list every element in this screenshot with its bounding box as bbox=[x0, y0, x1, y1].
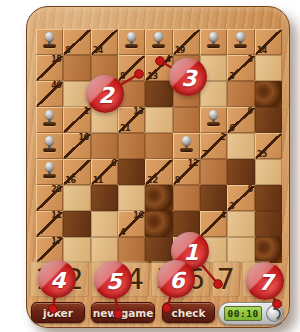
clue-cell: 24 bbox=[91, 29, 118, 55]
nail-cell bbox=[36, 159, 63, 185]
clue-cell: 1 bbox=[63, 107, 90, 133]
clue-cell: 16 bbox=[63, 133, 90, 159]
nail-icon bbox=[207, 32, 221, 48]
nail-icon bbox=[43, 162, 57, 178]
down-clue: 14 bbox=[257, 46, 267, 55]
empty-cell[interactable] bbox=[145, 81, 172, 107]
empty-cell[interactable] bbox=[227, 133, 254, 159]
down-clue: 8 bbox=[120, 72, 125, 81]
down-clue: 21 bbox=[120, 124, 130, 133]
empty-cell[interactable] bbox=[227, 81, 254, 107]
clue-cell: 16 bbox=[63, 159, 90, 185]
callout-balloon-2: 2 bbox=[86, 75, 124, 113]
empty-cell[interactable] bbox=[91, 185, 118, 211]
button-bar: joker new game check 00:10 bbox=[27, 302, 289, 324]
callout-number: 5 bbox=[106, 269, 121, 294]
callout-number: 6 bbox=[169, 268, 184, 293]
empty-cell[interactable] bbox=[255, 81, 282, 107]
across-clue: 9 bbox=[248, 107, 253, 116]
across-clue: 16 bbox=[79, 133, 89, 142]
empty-cell[interactable] bbox=[200, 159, 227, 185]
across-clue: 11 bbox=[51, 211, 61, 220]
nail-icon bbox=[125, 32, 139, 48]
across-clue: 16 bbox=[133, 211, 143, 220]
nail-cell bbox=[36, 107, 63, 133]
down-clue: 4 bbox=[120, 228, 125, 237]
down-clue: 11 bbox=[93, 176, 103, 185]
down-clue: 24 bbox=[93, 46, 103, 55]
check-button[interactable]: check bbox=[162, 302, 215, 323]
clue-cell: 27 bbox=[200, 133, 227, 159]
down-clue: 8 bbox=[65, 46, 70, 55]
empty-cell[interactable] bbox=[145, 133, 172, 159]
empty-cell[interactable] bbox=[255, 237, 282, 263]
across-clue: 2 bbox=[220, 133, 225, 142]
empty-cell[interactable] bbox=[255, 211, 282, 237]
nail-icon bbox=[179, 136, 193, 152]
callout-balloon-4: 4 bbox=[38, 260, 76, 298]
empty-cell[interactable] bbox=[118, 237, 145, 263]
nail-cell bbox=[227, 29, 254, 55]
across-clue: 15 bbox=[51, 55, 61, 64]
clue-cell: 19 bbox=[173, 29, 200, 55]
empty-cell[interactable] bbox=[63, 55, 90, 81]
nail-icon bbox=[207, 110, 221, 126]
across-clue: 12 bbox=[188, 159, 198, 168]
clue-cell: 4 bbox=[200, 211, 227, 237]
callout-balloon-6: 6 bbox=[157, 260, 195, 298]
callout-number: 3 bbox=[181, 66, 196, 91]
down-clue: 3 bbox=[229, 72, 234, 81]
clue-cell: 8 bbox=[63, 29, 90, 55]
empty-cell[interactable] bbox=[63, 211, 90, 237]
empty-cell[interactable] bbox=[118, 159, 145, 185]
nail-cell bbox=[200, 107, 227, 133]
empty-cell[interactable] bbox=[145, 107, 172, 133]
nail-cell bbox=[145, 29, 172, 55]
across-clue: 28 bbox=[51, 185, 61, 194]
clue-cell: 128 bbox=[173, 159, 200, 185]
empty-cell[interactable] bbox=[227, 211, 254, 237]
across-clue: 1 bbox=[84, 107, 89, 116]
nail-cell bbox=[118, 29, 145, 55]
nail-cell bbox=[36, 133, 63, 159]
empty-cell[interactable] bbox=[91, 133, 118, 159]
down-clue: 3 bbox=[229, 202, 234, 211]
empty-cell[interactable] bbox=[227, 159, 254, 185]
callout-balloon-7: 7 bbox=[246, 262, 284, 300]
callout-number: 4 bbox=[50, 268, 65, 293]
nail-cell bbox=[200, 29, 227, 55]
empty-cell[interactable] bbox=[255, 55, 282, 81]
empty-cell[interactable] bbox=[145, 185, 172, 211]
clue-cell: 14 bbox=[255, 29, 282, 55]
empty-cell[interactable] bbox=[255, 159, 282, 185]
down-clue: 8 bbox=[175, 176, 180, 185]
clue-cell: 83 bbox=[227, 185, 254, 211]
clue-cell: 11 bbox=[36, 211, 63, 237]
joker-button[interactable]: joker bbox=[31, 302, 85, 323]
across-clue: 4 bbox=[166, 55, 171, 64]
empty-cell[interactable] bbox=[255, 185, 282, 211]
callout-balloon-3: 3 bbox=[169, 58, 207, 96]
across-clue: 3 bbox=[248, 55, 253, 64]
timer-pill: 00:10 bbox=[218, 302, 284, 325]
across-clue: 6 bbox=[111, 159, 116, 168]
clue-cell: 33 bbox=[227, 55, 254, 81]
nail-icon bbox=[43, 110, 57, 126]
empty-cell[interactable] bbox=[173, 185, 200, 211]
empty-cell[interactable] bbox=[118, 185, 145, 211]
nail-icon bbox=[43, 136, 57, 152]
nail-icon bbox=[43, 32, 57, 48]
across-clue: 13 bbox=[133, 107, 143, 116]
empty-cell[interactable] bbox=[255, 107, 282, 133]
digit-7[interactable]: 7 bbox=[212, 261, 240, 297]
down-clue: 13 bbox=[147, 72, 157, 81]
empty-cell[interactable] bbox=[145, 211, 172, 237]
screenshot-root: 8241914158413334011321961627251661122128… bbox=[0, 0, 300, 332]
empty-cell[interactable] bbox=[91, 237, 118, 263]
clue-cell: 22 bbox=[145, 159, 172, 185]
clue-cell: 8 bbox=[118, 55, 145, 81]
clue-cell: 15 bbox=[36, 55, 63, 81]
clue-cell: 40 bbox=[36, 81, 63, 107]
clue-cell: 164 bbox=[118, 211, 145, 237]
empty-cell[interactable] bbox=[200, 185, 227, 211]
clue-cell: 1321 bbox=[118, 107, 145, 133]
nail-cell bbox=[173, 133, 200, 159]
kakuro-grid: 8241914158413334011321961627251661122128… bbox=[36, 29, 282, 263]
clue-cell: 28 bbox=[36, 185, 63, 211]
callout-balloon-5: 5 bbox=[94, 261, 132, 299]
empty-cell[interactable] bbox=[118, 133, 145, 159]
swirl-button[interactable] bbox=[266, 305, 283, 322]
down-clue: 22 bbox=[147, 176, 157, 185]
clue-cell: 611 bbox=[91, 159, 118, 185]
down-clue: 7 bbox=[202, 150, 207, 159]
down-clue: 25 bbox=[257, 150, 267, 159]
new-game-button[interactable]: new game bbox=[91, 302, 155, 323]
empty-cell[interactable] bbox=[227, 237, 254, 263]
across-clue: 4 bbox=[220, 211, 225, 220]
callout-number: 1 bbox=[183, 240, 198, 265]
timer-display: 00:10 bbox=[224, 306, 262, 321]
nail-icon bbox=[152, 32, 166, 48]
down-clue: 6 bbox=[229, 124, 234, 133]
empty-cell[interactable] bbox=[145, 237, 172, 263]
callout-number: 7 bbox=[258, 270, 273, 295]
callout-number: 2 bbox=[98, 83, 113, 108]
across-clue: 40 bbox=[51, 81, 61, 90]
down-clue: 16 bbox=[65, 176, 75, 185]
clue-cell: 96 bbox=[227, 107, 254, 133]
nail-cell bbox=[36, 29, 63, 55]
down-clue: 19 bbox=[175, 46, 185, 55]
empty-cell[interactable] bbox=[173, 107, 200, 133]
empty-cell[interactable] bbox=[91, 211, 118, 237]
clue-cell: 25 bbox=[255, 133, 282, 159]
empty-cell[interactable] bbox=[63, 237, 90, 263]
nail-icon bbox=[234, 32, 248, 48]
empty-cell[interactable] bbox=[63, 185, 90, 211]
swirl-icon bbox=[267, 306, 283, 322]
across-clue: 17 bbox=[51, 237, 61, 246]
across-clue: 8 bbox=[248, 185, 253, 194]
clue-cell: 17 bbox=[36, 237, 63, 263]
